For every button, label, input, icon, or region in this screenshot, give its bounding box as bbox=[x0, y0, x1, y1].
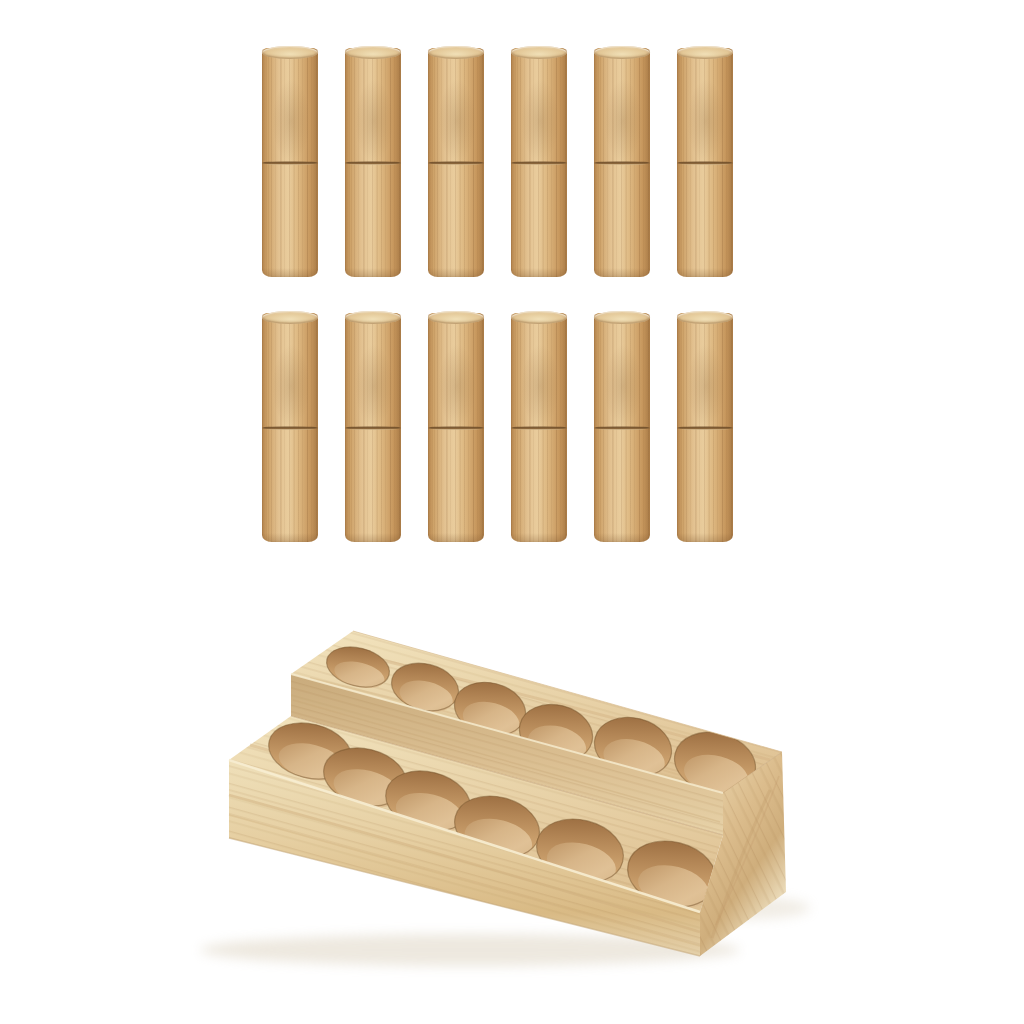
mancala-tray-board bbox=[0, 0, 1024, 1024]
product-photo-scene bbox=[0, 0, 1024, 1024]
